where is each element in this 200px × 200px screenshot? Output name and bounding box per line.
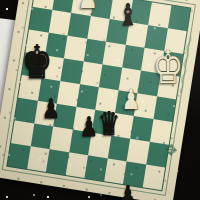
photo-scene: ✥ ♟♝♚♚♟♟♟♛♟: [0, 0, 200, 200]
black-pawn-d2[interactable]: ♟: [80, 113, 98, 140]
white-pawn-c8[interactable]: ♟: [78, 0, 98, 13]
black-pawn-b3[interactable]: ♟: [42, 95, 60, 122]
black-king-a4[interactable]: ♚: [22, 39, 53, 85]
white-pawn-f4[interactable]: ♟: [122, 86, 141, 114]
pieces-layer: ♟♝♚♚♟♟♟♛♟: [0, 0, 200, 200]
black-bishop-f7[interactable]: ♝: [118, 0, 138, 30]
white-king-h5[interactable]: ♚: [153, 44, 184, 90]
black-pawn-offboard[interactable]: ♟: [119, 182, 136, 200]
black-queen-e2[interactable]: ♛: [98, 107, 120, 140]
